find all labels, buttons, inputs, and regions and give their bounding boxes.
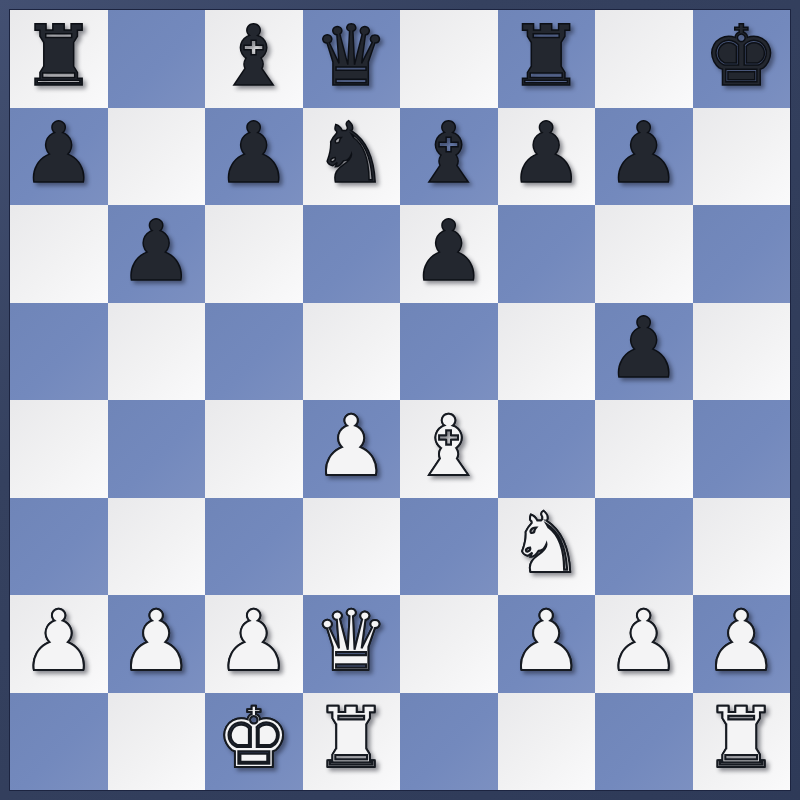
square-b2[interactable]: ♟ <box>108 595 206 693</box>
square-c8[interactable]: ♝ <box>205 10 303 108</box>
square-c5[interactable] <box>205 303 303 401</box>
piece-black-bishop[interactable]: ♝ <box>216 14 291 98</box>
square-e4[interactable]: ♝ <box>400 400 498 498</box>
square-d2[interactable]: ♛ <box>303 595 401 693</box>
piece-black-pawn[interactable]: ♟ <box>216 111 291 195</box>
piece-white-rook[interactable]: ♜ <box>704 696 779 780</box>
square-c4[interactable] <box>205 400 303 498</box>
piece-black-pawn[interactable]: ♟ <box>21 111 96 195</box>
square-c7[interactable]: ♟ <box>205 108 303 206</box>
piece-white-bishop[interactable]: ♝ <box>411 404 486 488</box>
piece-white-pawn[interactable]: ♟ <box>606 599 681 683</box>
piece-black-pawn[interactable]: ♟ <box>606 306 681 390</box>
square-f4[interactable] <box>498 400 596 498</box>
square-f3[interactable]: ♞ <box>498 498 596 596</box>
piece-black-pawn[interactable]: ♟ <box>509 111 584 195</box>
square-b3[interactable] <box>108 498 206 596</box>
square-f8[interactable]: ♜ <box>498 10 596 108</box>
piece-white-pawn[interactable]: ♟ <box>216 599 291 683</box>
square-a3[interactable] <box>10 498 108 596</box>
square-g3[interactable] <box>595 498 693 596</box>
piece-white-pawn[interactable]: ♟ <box>119 599 194 683</box>
piece-black-pawn[interactable]: ♟ <box>119 209 194 293</box>
square-g8[interactable] <box>595 10 693 108</box>
square-e6[interactable]: ♟ <box>400 205 498 303</box>
square-g2[interactable]: ♟ <box>595 595 693 693</box>
piece-black-bishop[interactable]: ♝ <box>411 111 486 195</box>
piece-white-pawn[interactable]: ♟ <box>21 599 96 683</box>
square-d5[interactable] <box>303 303 401 401</box>
square-d7[interactable]: ♞ <box>303 108 401 206</box>
piece-black-rook[interactable]: ♜ <box>509 14 584 98</box>
square-h8[interactable]: ♚ <box>693 10 791 108</box>
board-frame: ♜♝♛♜♚♟♟♞♝♟♟♟♟♟♟♝♞♟♟♟♛♟♟♟♚♜♜ <box>10 10 790 790</box>
square-d6[interactable] <box>303 205 401 303</box>
square-h6[interactable] <box>693 205 791 303</box>
square-f6[interactable] <box>498 205 596 303</box>
square-a5[interactable] <box>10 303 108 401</box>
square-c3[interactable] <box>205 498 303 596</box>
square-f2[interactable]: ♟ <box>498 595 596 693</box>
square-g6[interactable] <box>595 205 693 303</box>
square-e7[interactable]: ♝ <box>400 108 498 206</box>
piece-black-knight[interactable]: ♞ <box>314 111 389 195</box>
square-h5[interactable] <box>693 303 791 401</box>
square-e2[interactable] <box>400 595 498 693</box>
square-c2[interactable]: ♟ <box>205 595 303 693</box>
piece-black-queen[interactable]: ♛ <box>314 14 389 98</box>
square-g5[interactable]: ♟ <box>595 303 693 401</box>
piece-white-rook[interactable]: ♜ <box>314 696 389 780</box>
square-d1[interactable]: ♜ <box>303 693 401 791</box>
square-c1[interactable]: ♚ <box>205 693 303 791</box>
square-d3[interactable] <box>303 498 401 596</box>
piece-white-king[interactable]: ♚ <box>216 696 291 780</box>
square-b8[interactable] <box>108 10 206 108</box>
square-d8[interactable]: ♛ <box>303 10 401 108</box>
piece-white-pawn[interactable]: ♟ <box>314 404 389 488</box>
square-e1[interactable] <box>400 693 498 791</box>
square-g4[interactable] <box>595 400 693 498</box>
square-h1[interactable]: ♜ <box>693 693 791 791</box>
square-e3[interactable] <box>400 498 498 596</box>
piece-black-pawn[interactable]: ♟ <box>411 209 486 293</box>
square-a6[interactable] <box>10 205 108 303</box>
square-h2[interactable]: ♟ <box>693 595 791 693</box>
square-g7[interactable]: ♟ <box>595 108 693 206</box>
piece-white-queen[interactable]: ♛ <box>314 599 389 683</box>
square-a4[interactable] <box>10 400 108 498</box>
square-c6[interactable] <box>205 205 303 303</box>
square-b1[interactable] <box>108 693 206 791</box>
square-b7[interactable] <box>108 108 206 206</box>
square-e8[interactable] <box>400 10 498 108</box>
square-a2[interactable]: ♟ <box>10 595 108 693</box>
square-b5[interactable] <box>108 303 206 401</box>
square-e5[interactable] <box>400 303 498 401</box>
piece-white-pawn[interactable]: ♟ <box>704 599 779 683</box>
square-a8[interactable]: ♜ <box>10 10 108 108</box>
square-d4[interactable]: ♟ <box>303 400 401 498</box>
piece-black-pawn[interactable]: ♟ <box>606 111 681 195</box>
piece-black-king[interactable]: ♚ <box>704 14 779 98</box>
square-f1[interactable] <box>498 693 596 791</box>
square-a1[interactable] <box>10 693 108 791</box>
piece-black-rook[interactable]: ♜ <box>21 14 96 98</box>
chess-board: ♜♝♛♜♚♟♟♞♝♟♟♟♟♟♟♝♞♟♟♟♛♟♟♟♚♜♜ <box>10 10 790 790</box>
piece-white-knight[interactable]: ♞ <box>509 501 584 585</box>
square-a7[interactable]: ♟ <box>10 108 108 206</box>
square-b4[interactable] <box>108 400 206 498</box>
square-f7[interactable]: ♟ <box>498 108 596 206</box>
square-h4[interactable] <box>693 400 791 498</box>
piece-white-pawn[interactable]: ♟ <box>509 599 584 683</box>
square-f5[interactable] <box>498 303 596 401</box>
square-g1[interactable] <box>595 693 693 791</box>
square-h3[interactable] <box>693 498 791 596</box>
square-b6[interactable]: ♟ <box>108 205 206 303</box>
square-h7[interactable] <box>693 108 791 206</box>
chess-app-window: ♜♝♛♜♚♟♟♞♝♟♟♟♟♟♟♝♞♟♟♟♛♟♟♟♚♜♜ <box>0 0 800 800</box>
